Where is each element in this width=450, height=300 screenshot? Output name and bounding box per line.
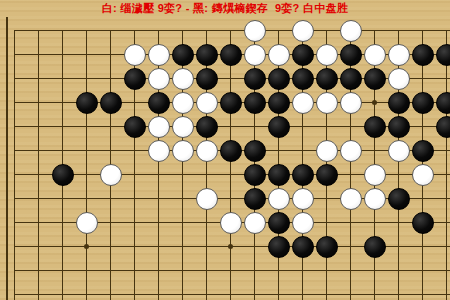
board-intersection-c6r12[interactable] bbox=[123, 283, 147, 300]
board-intersection-c2r10[interactable] bbox=[27, 235, 51, 259]
board-intersection-c6r8[interactable] bbox=[123, 187, 147, 211]
white-stone bbox=[340, 140, 362, 162]
board-intersection-c14r12[interactable] bbox=[315, 283, 339, 300]
black-stone bbox=[268, 68, 290, 90]
board-intersection-c2r3[interactable] bbox=[27, 67, 51, 91]
board-intersection-c8r5[interactable] bbox=[171, 115, 195, 139]
board-intersection-c13r6[interactable] bbox=[291, 139, 315, 163]
board-intersection-c18r12[interactable] bbox=[411, 283, 435, 300]
white-stone bbox=[100, 164, 122, 186]
board-intersection-c11r3[interactable] bbox=[243, 67, 267, 91]
board-intersection-c12r5[interactable] bbox=[267, 115, 291, 139]
black-stone bbox=[436, 92, 450, 114]
board-intersection-c16r12[interactable] bbox=[363, 283, 387, 300]
board-intersection-c12r11[interactable] bbox=[267, 259, 291, 283]
black-stone bbox=[292, 164, 314, 186]
board-intersection-c17r12[interactable] bbox=[387, 283, 411, 300]
white-stone bbox=[148, 116, 170, 138]
board-intersection-c18r2[interactable] bbox=[411, 43, 435, 67]
board-intersection-c8r4[interactable] bbox=[171, 91, 195, 115]
black-stone bbox=[412, 212, 434, 234]
board-intersection-c4r12[interactable] bbox=[75, 283, 99, 300]
black-stone bbox=[268, 116, 290, 138]
board-intersection-c14r8[interactable] bbox=[315, 187, 339, 211]
white-stone bbox=[364, 164, 386, 186]
board-intersection-c2r2[interactable] bbox=[27, 43, 51, 67]
board-intersection-c19r5[interactable] bbox=[435, 115, 450, 139]
board-intersection-c6r3[interactable] bbox=[123, 67, 147, 91]
board-intersection-c2r5[interactable] bbox=[27, 115, 51, 139]
board-intersection-c11r1[interactable] bbox=[243, 19, 267, 43]
board-intersection-c1r12[interactable] bbox=[3, 283, 27, 300]
white-stone bbox=[196, 140, 218, 162]
board-intersection-c5r4[interactable] bbox=[99, 91, 123, 115]
white-stone bbox=[268, 188, 290, 210]
board-intersection-c11r9[interactable] bbox=[243, 211, 267, 235]
board-intersection-c4r6[interactable] bbox=[75, 139, 99, 163]
board-intersection-c12r12[interactable] bbox=[267, 283, 291, 300]
black-stone bbox=[220, 92, 242, 114]
board-intersection-c7r6[interactable] bbox=[147, 139, 171, 163]
board-intersection-c16r11[interactable] bbox=[363, 259, 387, 283]
black-stone bbox=[244, 140, 266, 162]
board-intersection-c4r2[interactable] bbox=[75, 43, 99, 67]
board-intersection-c7r4[interactable] bbox=[147, 91, 171, 115]
board-intersection-c13r4[interactable] bbox=[291, 91, 315, 115]
go-board[interactable] bbox=[3, 19, 450, 300]
black-stone bbox=[172, 44, 194, 66]
board-intersection-c19r11[interactable] bbox=[435, 259, 450, 283]
black-stone bbox=[412, 92, 434, 114]
board-intersection-c8r11[interactable] bbox=[171, 259, 195, 283]
board-intersection-c2r1[interactable] bbox=[27, 19, 51, 43]
board-intersection-c4r10[interactable] bbox=[75, 235, 99, 259]
board-intersection-c10r8[interactable] bbox=[219, 187, 243, 211]
board-intersection-c13r1[interactable] bbox=[291, 19, 315, 43]
board-intersection-c5r6[interactable] bbox=[99, 139, 123, 163]
white-stone bbox=[316, 44, 338, 66]
board-intersection-c1r1[interactable] bbox=[3, 19, 27, 43]
black-stone bbox=[124, 68, 146, 90]
board-intersection-c4r5[interactable] bbox=[75, 115, 99, 139]
board-intersection-c8r6[interactable] bbox=[171, 139, 195, 163]
board-intersection-c14r5[interactable] bbox=[315, 115, 339, 139]
black-stone bbox=[220, 44, 242, 66]
board-intersection-c10r2[interactable] bbox=[219, 43, 243, 67]
board-intersection-c10r10[interactable] bbox=[219, 235, 243, 259]
black-stone bbox=[148, 92, 170, 114]
white-stone bbox=[388, 68, 410, 90]
white-stone bbox=[172, 92, 194, 114]
board-intersection-c19r9[interactable] bbox=[435, 211, 450, 235]
board-intersection-c10r3[interactable] bbox=[219, 67, 243, 91]
black-stone bbox=[412, 140, 434, 162]
board-intersection-c3r2[interactable] bbox=[51, 43, 75, 67]
board-intersection-c18r3[interactable] bbox=[411, 67, 435, 91]
board-intersection-c11r12[interactable] bbox=[243, 283, 267, 300]
white-stone bbox=[292, 188, 314, 210]
board-intersection-c6r11[interactable] bbox=[123, 259, 147, 283]
board-intersection-c12r1[interactable] bbox=[267, 19, 291, 43]
white-stone bbox=[292, 20, 314, 42]
board-intersection-c17r6[interactable] bbox=[387, 139, 411, 163]
board-intersection-c3r10[interactable] bbox=[51, 235, 75, 259]
board-intersection-c17r8[interactable] bbox=[387, 187, 411, 211]
board-intersection-c2r6[interactable] bbox=[27, 139, 51, 163]
white-stone bbox=[124, 44, 146, 66]
board-intersection-c2r11[interactable] bbox=[27, 259, 51, 283]
white-stone bbox=[148, 44, 170, 66]
board-intersection-c4r7[interactable] bbox=[75, 163, 99, 187]
board-intersection-c9r7[interactable] bbox=[195, 163, 219, 187]
black-stone bbox=[316, 164, 338, 186]
board-intersection-c6r7[interactable] bbox=[123, 163, 147, 187]
white-stone bbox=[244, 20, 266, 42]
black-stone bbox=[292, 236, 314, 258]
board-intersection-c4r4[interactable] bbox=[75, 91, 99, 115]
white-stone bbox=[220, 212, 242, 234]
black-stone bbox=[244, 188, 266, 210]
board-intersection-c7r1[interactable] bbox=[147, 19, 171, 43]
board-intersection-c19r8[interactable] bbox=[435, 187, 450, 211]
board-intersection-c19r12[interactable] bbox=[435, 283, 450, 300]
board-intersection-c6r1[interactable] bbox=[123, 19, 147, 43]
board-intersection-c9r2[interactable] bbox=[195, 43, 219, 67]
board-intersection-c1r11[interactable] bbox=[3, 259, 27, 283]
white-stone bbox=[340, 92, 362, 114]
board-intersection-c15r1[interactable] bbox=[339, 19, 363, 43]
board-intersection-c2r9[interactable] bbox=[27, 211, 51, 235]
board-intersection-c7r5[interactable] bbox=[147, 115, 171, 139]
board-intersection-c16r8[interactable] bbox=[363, 187, 387, 211]
board-intersection-c15r2[interactable] bbox=[339, 43, 363, 67]
board-intersection-c13r11[interactable] bbox=[291, 259, 315, 283]
board-intersection-c5r8[interactable] bbox=[99, 187, 123, 211]
board-intersection-c4r8[interactable] bbox=[75, 187, 99, 211]
board-intersection-c11r4[interactable] bbox=[243, 91, 267, 115]
board-intersection-c7r7[interactable] bbox=[147, 163, 171, 187]
board-intersection-c6r2[interactable] bbox=[123, 43, 147, 67]
white-stone bbox=[364, 188, 386, 210]
board-intersection-c11r8[interactable] bbox=[243, 187, 267, 211]
board-intersection-c1r3[interactable] bbox=[3, 67, 27, 91]
board-intersection-c15r12[interactable] bbox=[339, 283, 363, 300]
black-stone bbox=[244, 164, 266, 186]
black-stone bbox=[364, 68, 386, 90]
board-intersection-c14r6[interactable] bbox=[315, 139, 339, 163]
board-intersection-c7r9[interactable] bbox=[147, 211, 171, 235]
board-intersection-c19r6[interactable] bbox=[435, 139, 450, 163]
board-intersection-c10r9[interactable] bbox=[219, 211, 243, 235]
white-stone bbox=[244, 212, 266, 234]
board-intersection-c5r11[interactable] bbox=[99, 259, 123, 283]
board-intersection-c3r3[interactable] bbox=[51, 67, 75, 91]
board-intersection-c3r5[interactable] bbox=[51, 115, 75, 139]
board-intersection-c12r3[interactable] bbox=[267, 67, 291, 91]
board-intersection-c19r7[interactable] bbox=[435, 163, 450, 187]
board-intersection-c8r10[interactable] bbox=[171, 235, 195, 259]
board-intersection-c7r12[interactable] bbox=[147, 283, 171, 300]
board-intersection-c13r10[interactable] bbox=[291, 235, 315, 259]
board-intersection-c15r5[interactable] bbox=[339, 115, 363, 139]
board-intersection-c9r5[interactable] bbox=[195, 115, 219, 139]
white-stone bbox=[196, 188, 218, 210]
black-stone bbox=[52, 164, 74, 186]
game-info-title: 白: 缁濊壓 9娈? - 黑: 鏄熼樀鍥存 9娈? 白中盘胜 bbox=[0, 1, 450, 16]
board-intersection-c5r3[interactable] bbox=[99, 67, 123, 91]
board-intersection-c15r7[interactable] bbox=[339, 163, 363, 187]
white-stone bbox=[316, 92, 338, 114]
board-intersection-c16r5[interactable] bbox=[363, 115, 387, 139]
board-intersection-c1r4[interactable] bbox=[3, 91, 27, 115]
board-intersection-c6r5[interactable] bbox=[123, 115, 147, 139]
board-intersection-c16r4[interactable] bbox=[363, 91, 387, 115]
board-intersection-c10r4[interactable] bbox=[219, 91, 243, 115]
board-intersection-c17r4[interactable] bbox=[387, 91, 411, 115]
board-intersection-c7r3[interactable] bbox=[147, 67, 171, 91]
board-intersection-c9r9[interactable] bbox=[195, 211, 219, 235]
board-intersection-c3r9[interactable] bbox=[51, 211, 75, 235]
board-intersection-c4r3[interactable] bbox=[75, 67, 99, 91]
board-intersection-c16r6[interactable] bbox=[363, 139, 387, 163]
white-stone bbox=[388, 140, 410, 162]
board-intersection-c4r11[interactable] bbox=[75, 259, 99, 283]
board-intersection-c4r9[interactable] bbox=[75, 211, 99, 235]
board-intersection-c7r2[interactable] bbox=[147, 43, 171, 67]
board-intersection-c1r6[interactable] bbox=[3, 139, 27, 163]
board-intersection-c8r2[interactable] bbox=[171, 43, 195, 67]
board-intersection-c19r10[interactable] bbox=[435, 235, 450, 259]
board-intersection-c2r8[interactable] bbox=[27, 187, 51, 211]
black-stone bbox=[100, 92, 122, 114]
board-intersection-c18r4[interactable] bbox=[411, 91, 435, 115]
board-intersection-c14r4[interactable] bbox=[315, 91, 339, 115]
board-intersection-c19r4[interactable] bbox=[435, 91, 450, 115]
board-intersection-c18r7[interactable] bbox=[411, 163, 435, 187]
board-intersection-c8r7[interactable] bbox=[171, 163, 195, 187]
board-intersection-c11r11[interactable] bbox=[243, 259, 267, 283]
board-intersection-c9r1[interactable] bbox=[195, 19, 219, 43]
board-intersection-c9r8[interactable] bbox=[195, 187, 219, 211]
board-intersection-c17r11[interactable] bbox=[387, 259, 411, 283]
black-stone bbox=[196, 68, 218, 90]
board-intersection-c14r3[interactable] bbox=[315, 67, 339, 91]
board-intersection-c17r9[interactable] bbox=[387, 211, 411, 235]
black-stone bbox=[364, 116, 386, 138]
board-intersection-c15r4[interactable] bbox=[339, 91, 363, 115]
white-stone bbox=[172, 68, 194, 90]
black-stone bbox=[436, 116, 450, 138]
board-intersection-c8r12[interactable] bbox=[171, 283, 195, 300]
board-intersection-c17r5[interactable] bbox=[387, 115, 411, 139]
board-intersection-c11r5[interactable] bbox=[243, 115, 267, 139]
board-intersection-c18r10[interactable] bbox=[411, 235, 435, 259]
board-intersection-c5r2[interactable] bbox=[99, 43, 123, 67]
board-intersection-c9r6[interactable] bbox=[195, 139, 219, 163]
board-intersection-c12r6[interactable] bbox=[267, 139, 291, 163]
board-intersection-c12r4[interactable] bbox=[267, 91, 291, 115]
board-intersection-c9r4[interactable] bbox=[195, 91, 219, 115]
board-intersection-c4r1[interactable] bbox=[75, 19, 99, 43]
board-intersection-c15r11[interactable] bbox=[339, 259, 363, 283]
board-intersection-c18r9[interactable] bbox=[411, 211, 435, 235]
black-stone bbox=[316, 236, 338, 258]
black-stone bbox=[268, 164, 290, 186]
board-intersection-c13r7[interactable] bbox=[291, 163, 315, 187]
board-intersection-c17r2[interactable] bbox=[387, 43, 411, 67]
board-intersection-c12r9[interactable] bbox=[267, 211, 291, 235]
board-intersection-c19r1[interactable] bbox=[435, 19, 450, 43]
board-intersection-c15r6[interactable] bbox=[339, 139, 363, 163]
black-stone bbox=[244, 92, 266, 114]
board-intersection-c15r8[interactable] bbox=[339, 187, 363, 211]
board-intersection-c1r2[interactable] bbox=[3, 43, 27, 67]
board-intersection-c14r2[interactable] bbox=[315, 43, 339, 67]
black-stone bbox=[340, 44, 362, 66]
board-intersection-c5r12[interactable] bbox=[99, 283, 123, 300]
star-point bbox=[84, 244, 89, 249]
board-intersection-c9r11[interactable] bbox=[195, 259, 219, 283]
board-intersection-c6r10[interactable] bbox=[123, 235, 147, 259]
board-intersection-c2r7[interactable] bbox=[27, 163, 51, 187]
board-intersection-c3r4[interactable] bbox=[51, 91, 75, 115]
board-intersection-c18r8[interactable] bbox=[411, 187, 435, 211]
board-intersection-c16r9[interactable] bbox=[363, 211, 387, 235]
black-stone bbox=[388, 188, 410, 210]
black-stone bbox=[436, 44, 450, 66]
board-intersection-c18r6[interactable] bbox=[411, 139, 435, 163]
board-intersection-c3r6[interactable] bbox=[51, 139, 75, 163]
board-intersection-c17r3[interactable] bbox=[387, 67, 411, 91]
black-stone bbox=[268, 236, 290, 258]
board-intersection-c1r9[interactable] bbox=[3, 211, 27, 235]
board-intersection-c5r10[interactable] bbox=[99, 235, 123, 259]
board-intersection-c3r1[interactable] bbox=[51, 19, 75, 43]
board-intersection-c9r12[interactable] bbox=[195, 283, 219, 300]
black-stone bbox=[292, 44, 314, 66]
board-intersection-c12r2[interactable] bbox=[267, 43, 291, 67]
board-intersection-c10r7[interactable] bbox=[219, 163, 243, 187]
black-stone bbox=[76, 92, 98, 114]
board-intersection-c6r9[interactable] bbox=[123, 211, 147, 235]
board-intersection-c17r10[interactable] bbox=[387, 235, 411, 259]
board-intersection-c19r2[interactable] bbox=[435, 43, 450, 67]
board-intersection-c11r10[interactable] bbox=[243, 235, 267, 259]
board-intersection-c13r5[interactable] bbox=[291, 115, 315, 139]
board-intersection-c2r4[interactable] bbox=[27, 91, 51, 115]
board-intersection-c11r6[interactable] bbox=[243, 139, 267, 163]
board-intersection-c17r7[interactable] bbox=[387, 163, 411, 187]
board-intersection-c13r3[interactable] bbox=[291, 67, 315, 91]
white-stone bbox=[196, 92, 218, 114]
board-intersection-c8r1[interactable] bbox=[171, 19, 195, 43]
board-intersection-c10r5[interactable] bbox=[219, 115, 243, 139]
board-intersection-c19r3[interactable] bbox=[435, 67, 450, 91]
board-intersection-c1r8[interactable] bbox=[3, 187, 27, 211]
board-intersection-c5r9[interactable] bbox=[99, 211, 123, 235]
black-stone bbox=[268, 212, 290, 234]
white-stone bbox=[412, 164, 434, 186]
board-intersection-c16r1[interactable] bbox=[363, 19, 387, 43]
board-intersection-c8r8[interactable] bbox=[171, 187, 195, 211]
board-intersection-c10r12[interactable] bbox=[219, 283, 243, 300]
board-intersection-c15r3[interactable] bbox=[339, 67, 363, 91]
board-intersection-c11r2[interactable] bbox=[243, 43, 267, 67]
black-stone bbox=[244, 68, 266, 90]
board-intersection-c10r1[interactable] bbox=[219, 19, 243, 43]
black-stone bbox=[412, 44, 434, 66]
white-stone bbox=[316, 140, 338, 162]
board-intersection-c3r8[interactable] bbox=[51, 187, 75, 211]
board-intersection-c1r10[interactable] bbox=[3, 235, 27, 259]
go-app-screen: 白: 缁濊壓 9娈? - 黑: 鏄熼樀鍥存 9娈? 白中盘胜 bbox=[0, 0, 450, 300]
board-intersection-c9r3[interactable] bbox=[195, 67, 219, 91]
board-intersection-c10r6[interactable] bbox=[219, 139, 243, 163]
board-intersection-c14r9[interactable] bbox=[315, 211, 339, 235]
board-intersection-c12r8[interactable] bbox=[267, 187, 291, 211]
black-stone bbox=[124, 116, 146, 138]
white-stone bbox=[292, 92, 314, 114]
board-intersection-c14r11[interactable] bbox=[315, 259, 339, 283]
board-intersection-c13r12[interactable] bbox=[291, 283, 315, 300]
board-intersection-c14r7[interactable] bbox=[315, 163, 339, 187]
board-intersection-c15r10[interactable] bbox=[339, 235, 363, 259]
board-intersection-c6r6[interactable] bbox=[123, 139, 147, 163]
white-stone bbox=[148, 68, 170, 90]
black-stone bbox=[220, 140, 242, 162]
board-intersection-c16r2[interactable] bbox=[363, 43, 387, 67]
board-intersection-c18r11[interactable] bbox=[411, 259, 435, 283]
board-intersection-c3r12[interactable] bbox=[51, 283, 75, 300]
board-intersection-c14r10[interactable] bbox=[315, 235, 339, 259]
board-intersection-c11r7[interactable] bbox=[243, 163, 267, 187]
board-intersection-c16r3[interactable] bbox=[363, 67, 387, 91]
board-intersection-c16r7[interactable] bbox=[363, 163, 387, 187]
white-stone bbox=[292, 212, 314, 234]
board-intersection-c6r4[interactable] bbox=[123, 91, 147, 115]
board-intersection-c14r1[interactable] bbox=[315, 19, 339, 43]
black-stone bbox=[316, 68, 338, 90]
board-intersection-c18r5[interactable] bbox=[411, 115, 435, 139]
board-intersection-c7r8[interactable] bbox=[147, 187, 171, 211]
board-intersection-c15r9[interactable] bbox=[339, 211, 363, 235]
board-intersection-c16r10[interactable] bbox=[363, 235, 387, 259]
board-intersection-c7r11[interactable] bbox=[147, 259, 171, 283]
board-intersection-c13r2[interactable] bbox=[291, 43, 315, 67]
board-intersection-c2r12[interactable] bbox=[27, 283, 51, 300]
white-stone bbox=[364, 44, 386, 66]
board-intersection-c17r1[interactable] bbox=[387, 19, 411, 43]
board-intersection-c18r1[interactable] bbox=[411, 19, 435, 43]
board-intersection-c8r9[interactable] bbox=[171, 211, 195, 235]
board-intersection-c3r11[interactable] bbox=[51, 259, 75, 283]
board-intersection-c1r7[interactable] bbox=[3, 163, 27, 187]
board-intersection-c7r10[interactable] bbox=[147, 235, 171, 259]
board-intersection-c5r5[interactable] bbox=[99, 115, 123, 139]
board-intersection-c1r5[interactable] bbox=[3, 115, 27, 139]
board-intersection-c9r10[interactable] bbox=[195, 235, 219, 259]
board-intersection-c3r7[interactable] bbox=[51, 163, 75, 187]
board-intersection-c12r7[interactable] bbox=[267, 163, 291, 187]
board-intersection-c5r7[interactable] bbox=[99, 163, 123, 187]
board-intersection-c10r11[interactable] bbox=[219, 259, 243, 283]
board-intersection-c12r10[interactable] bbox=[267, 235, 291, 259]
board-intersection-c8r3[interactable] bbox=[171, 67, 195, 91]
board-intersection-c5r1[interactable] bbox=[99, 19, 123, 43]
white-stone bbox=[172, 140, 194, 162]
board-intersection-c13r9[interactable] bbox=[291, 211, 315, 235]
board-intersection-c13r8[interactable] bbox=[291, 187, 315, 211]
